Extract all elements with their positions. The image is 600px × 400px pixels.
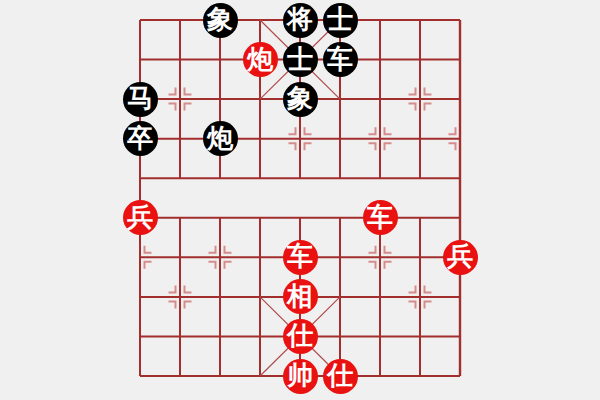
piece-red-chariot-2[interactable]: 车	[283, 240, 318, 275]
piece-red-chariot-1[interactable]: 车	[363, 200, 398, 235]
piece-black-cannon[interactable]: 炮	[203, 121, 238, 156]
xiangqi-board[interactable]: 象将士炮士车马象卒炮兵车车兵相仕帅仕	[0, 0, 600, 400]
piece-red-advisor-2[interactable]: 仕	[323, 359, 358, 394]
piece-black-chariot[interactable]: 车	[323, 42, 358, 77]
piece-black-elephant-1[interactable]: 象	[203, 3, 238, 38]
piece-red-pawn-1[interactable]: 兵	[123, 200, 158, 235]
piece-black-elephant-2[interactable]: 象	[283, 82, 318, 117]
piece-black-pawn[interactable]: 卒	[123, 121, 158, 156]
piece-red-pawn-2[interactable]: 兵	[443, 240, 478, 275]
piece-red-general[interactable]: 帅	[283, 359, 318, 394]
piece-red-elephant[interactable]: 相	[283, 279, 318, 314]
piece-red-advisor-1[interactable]: 仕	[283, 319, 318, 354]
piece-black-general[interactable]: 将	[283, 3, 318, 38]
piece-black-advisor-1[interactable]: 士	[323, 3, 358, 38]
piece-black-advisor-2[interactable]: 士	[283, 42, 318, 77]
piece-black-horse[interactable]: 马	[123, 82, 158, 117]
piece-red-cannon[interactable]: 炮	[243, 42, 278, 77]
